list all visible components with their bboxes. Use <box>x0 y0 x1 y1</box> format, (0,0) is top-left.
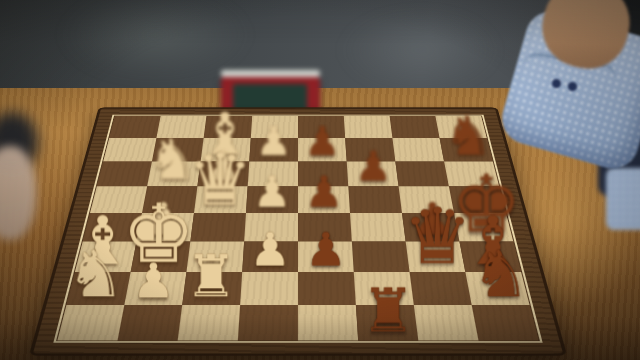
square-e3[interactable] <box>190 213 246 242</box>
square-b2[interactable] <box>152 138 204 161</box>
square-h2[interactable] <box>118 305 183 340</box>
square-d2[interactable] <box>142 186 197 213</box>
square-g6[interactable] <box>354 272 414 305</box>
square-f6[interactable] <box>352 242 410 273</box>
square-f3[interactable] <box>186 242 244 273</box>
square-f7[interactable]: ♛ <box>406 242 466 273</box>
cuff-button <box>552 79 561 88</box>
piece-white-pawn-c3: ♟ <box>204 148 241 186</box>
square-d4[interactable]: ♟ <box>246 186 298 213</box>
square-a2[interactable] <box>156 116 206 138</box>
square-g8[interactable]: ♞ <box>465 272 529 305</box>
square-a4[interactable] <box>251 116 298 138</box>
square-d7[interactable] <box>399 186 454 213</box>
square-b7[interactable] <box>392 138 444 161</box>
square-d3[interactable]: ♛ <box>194 186 248 213</box>
square-g4[interactable] <box>240 272 298 305</box>
square-a8[interactable] <box>435 116 486 138</box>
square-a3[interactable] <box>204 116 253 138</box>
square-c1[interactable] <box>97 161 152 186</box>
square-c4[interactable] <box>248 161 298 186</box>
square-b4[interactable]: ♟ <box>249 138 298 161</box>
piece-black-pawn-b5: ♟ <box>304 124 340 161</box>
square-g5[interactable] <box>298 272 356 305</box>
square-h7[interactable] <box>414 305 479 340</box>
square-g7[interactable] <box>410 272 472 305</box>
square-a6[interactable] <box>344 116 393 138</box>
piece-white-king-f2: ♚ <box>122 197 195 272</box>
square-h8[interactable] <box>472 305 539 340</box>
chessboard-frame: ♝♟♟♞♞♟♟♛♟♟♟♟♚♝♚♟♟♛♝♞♟♜♞♜ <box>33 109 563 354</box>
piece-black-pawn-e7: ♟ <box>413 200 453 241</box>
square-a5[interactable] <box>298 116 345 138</box>
square-e4[interactable] <box>244 213 298 242</box>
piece-white-knight-c2: ♞ <box>147 134 197 186</box>
square-b8[interactable]: ♞ <box>440 138 493 161</box>
piece-black-king-e8: ♚ <box>451 169 521 241</box>
shirt-fabric <box>606 168 640 230</box>
square-c5[interactable] <box>298 161 348 186</box>
piece-white-rook-g3: ♜ <box>185 251 237 304</box>
square-a7[interactable] <box>390 116 440 138</box>
square-e5[interactable] <box>298 213 352 242</box>
square-c6[interactable]: ♟ <box>347 161 399 186</box>
piece-white-pawn-e2: ♟ <box>144 200 184 241</box>
square-d1[interactable] <box>90 186 147 213</box>
square-d5[interactable]: ♟ <box>298 186 350 213</box>
square-h6[interactable]: ♜ <box>356 305 418 340</box>
square-e8[interactable]: ♚ <box>454 213 513 242</box>
square-h1[interactable] <box>57 305 124 340</box>
piece-black-knight-b8: ♞ <box>444 111 493 161</box>
square-f2[interactable]: ♚ <box>131 242 191 273</box>
square-h5[interactable] <box>298 305 358 340</box>
square-d6[interactable] <box>348 186 402 213</box>
chess-game-photo: ♝♟♟♞♞♟♟♛♟♟♟♟♚♝♚♟♟♛♝♞♟♜♞♜ <box>0 0 640 360</box>
piece-white-pawn-b4: ♟ <box>256 124 292 161</box>
square-e2[interactable]: ♟ <box>137 213 194 242</box>
square-e1[interactable] <box>83 213 142 242</box>
piece-white-queen-d3: ♛ <box>188 146 253 212</box>
square-g3[interactable]: ♜ <box>182 272 242 305</box>
piece-black-pawn-f5: ♟ <box>305 229 346 271</box>
square-c7[interactable] <box>395 161 448 186</box>
square-g2[interactable]: ♟ <box>124 272 186 305</box>
square-c8[interactable] <box>444 161 499 186</box>
piece-white-pawn-d4: ♟ <box>253 173 292 213</box>
square-h3[interactable] <box>178 305 240 340</box>
square-g1[interactable]: ♞ <box>66 272 130 305</box>
square-f8[interactable]: ♝ <box>459 242 521 273</box>
piece-black-pawn-c6: ♟ <box>355 148 392 186</box>
square-e7[interactable]: ♟ <box>402 213 459 242</box>
piece-black-pawn-d5: ♟ <box>305 173 344 213</box>
piece-white-pawn-f4: ♟ <box>249 229 290 271</box>
square-a1[interactable] <box>109 116 160 138</box>
square-f5[interactable]: ♟ <box>298 242 354 273</box>
square-e6[interactable] <box>350 213 406 242</box>
square-c2[interactable]: ♞ <box>147 161 200 186</box>
square-h4[interactable] <box>238 305 298 340</box>
square-b3[interactable]: ♝ <box>201 138 251 161</box>
square-c3[interactable]: ♟ <box>197 161 249 186</box>
square-d8[interactable] <box>449 186 506 213</box>
square-b1[interactable] <box>103 138 156 161</box>
board-grid: ♝♟♟♞♞♟♟♛♟♟♟♟♚♝♚♟♟♛♝♞♟♜♞♜ <box>57 116 538 341</box>
square-f1[interactable]: ♝ <box>75 242 137 273</box>
piece-black-queen-f7: ♛ <box>403 201 472 272</box>
square-b6[interactable] <box>345 138 395 161</box>
square-b5[interactable]: ♟ <box>298 138 347 161</box>
square-f4[interactable]: ♟ <box>242 242 298 273</box>
piece-white-bishop-b3: ♝ <box>199 108 251 161</box>
cuff-button <box>568 82 577 91</box>
